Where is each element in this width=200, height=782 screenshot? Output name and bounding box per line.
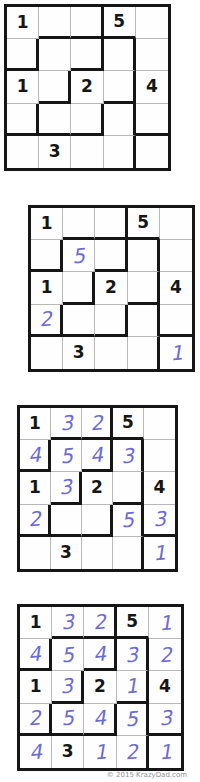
given-digit: 2	[91, 479, 103, 496]
step-1-cell-r1c1[interactable]: 1	[7, 7, 39, 39]
pen-digit: 5	[61, 644, 75, 665]
step-3-cell-r1c2[interactable]: 3	[51, 408, 82, 440]
pen-digit: 5	[72, 245, 86, 266]
step-4-cell-r2c3[interactable]: 4	[84, 639, 116, 671]
pen-digit: 1	[152, 542, 166, 563]
step-2-cell-r3c4[interactable]	[128, 272, 160, 304]
step-3-cell-r1c3[interactable]: 2	[82, 408, 113, 440]
step-2-cell-r1c2[interactable]	[63, 208, 95, 240]
step-2-cell-r1c5[interactable]	[160, 208, 192, 240]
step-2-cell-r4c3[interactable]	[95, 305, 127, 337]
step-1-cell-r1c3[interactable]	[71, 7, 103, 39]
puzzle-grid-step-4: 1325145432132142545343121	[17, 604, 184, 771]
given-digit: 1	[41, 279, 53, 296]
pen-digit: 3	[58, 476, 72, 497]
step-4-cell-r4c1[interactable]: 2	[20, 704, 52, 736]
step-4-cell-r1c3[interactable]: 2	[84, 607, 116, 639]
step-4-cell-r3c2[interactable]: 3	[52, 671, 84, 703]
pen-digit: 3	[61, 611, 75, 632]
step-1-cell-r3c4[interactable]	[104, 71, 136, 103]
step-2-cell-r3c2[interactable]	[63, 272, 95, 304]
step-2-cell-r4c4[interactable]	[128, 305, 160, 337]
given-digit: 4	[170, 279, 182, 296]
pen-digit: 2	[124, 741, 138, 762]
pen-digit: 3	[124, 644, 138, 665]
step-2-cell-r5c1[interactable]	[31, 337, 63, 369]
step-4-cell-r1c4[interactable]: 5	[117, 607, 149, 639]
step-4-cell-r4c4[interactable]: 5	[117, 704, 149, 736]
step-1-cell-r1c4[interactable]: 5	[104, 7, 136, 39]
step-2-cell-r5c5[interactable]: 1	[160, 337, 192, 369]
step-1-cell-r2c5[interactable]	[136, 39, 168, 71]
pen-digit: 1	[158, 612, 172, 633]
given-digit: 4	[154, 479, 166, 496]
step-1-cell-r4c3[interactable]	[71, 104, 103, 136]
pen-digit: 1	[124, 675, 138, 696]
pen-digit: 3	[60, 675, 74, 696]
pen-digit: 3	[158, 708, 172, 729]
given-digit: 5	[126, 613, 138, 630]
step-3-cell-r4c1[interactable]: 2	[20, 505, 51, 537]
step-4-cell-r2c4[interactable]: 3	[117, 639, 149, 671]
pen-digit: 4	[27, 643, 41, 664]
step-2-cell-r2c3[interactable]	[95, 240, 127, 272]
step-4-cell-r3c5[interactable]: 4	[149, 671, 181, 703]
puzzle-grid-step-3: 13254543132425331	[17, 405, 178, 572]
pen-digit: 3	[120, 445, 134, 466]
step-1-cell-r3c3[interactable]: 2	[71, 71, 103, 103]
step-4-cell-r2c2[interactable]: 5	[52, 639, 84, 671]
pen-digit: 3	[152, 509, 166, 530]
step-4-cell-r5c1[interactable]: 4	[20, 736, 52, 768]
step-4-cell-r4c2[interactable]: 5	[52, 704, 84, 736]
given-digit: 1	[29, 479, 41, 496]
given-digit: 1	[17, 78, 29, 95]
step-3-cell-r4c2[interactable]	[51, 505, 82, 537]
given-digit: 3	[73, 344, 85, 361]
pen-digit: 4	[28, 741, 42, 762]
step-4-cell-r4c5[interactable]: 3	[149, 704, 181, 736]
given-digit: 1	[41, 215, 53, 232]
step-1-cell-r1c2[interactable]	[39, 7, 71, 39]
step-2-cell-r3c3[interactable]: 2	[95, 272, 127, 304]
step-3-cell-r1c5[interactable]	[144, 408, 175, 440]
step-1-cell-r5c4[interactable]	[104, 136, 136, 168]
pen-digit: 5	[124, 709, 138, 730]
step-3-cell-r2c3[interactable]: 4	[82, 440, 113, 472]
step-1-cell-r2c1[interactable]	[7, 39, 39, 71]
pen-digit: 2	[158, 644, 172, 665]
step-3-cell-r4c5[interactable]: 3	[144, 505, 175, 537]
step-1-cell-r2c4[interactable]	[104, 39, 136, 71]
step-3-cell-r4c4[interactable]: 5	[113, 505, 144, 537]
pen-digit: 1	[158, 741, 172, 762]
given-digit: 3	[60, 544, 72, 561]
given-digit: 4	[146, 78, 158, 95]
given-digit: 1	[30, 614, 42, 631]
step-1-cell-r4c2[interactable]	[39, 104, 71, 136]
step-3-cell-r2c2[interactable]: 5	[51, 440, 82, 472]
given-digit: 2	[81, 78, 93, 95]
pen-digit: 2	[38, 309, 52, 330]
pen-digit: 1	[169, 342, 183, 363]
given-digit: 1	[17, 14, 29, 31]
step-4-cell-r5c5[interactable]: 1	[149, 736, 181, 768]
step-2-cell-r5c4[interactable]	[128, 337, 160, 369]
given-digit: 2	[94, 678, 106, 695]
step-3-cell-r3c2[interactable]: 3	[51, 472, 82, 504]
step-3-cell-r1c4[interactable]: 5	[113, 408, 144, 440]
copyright-text: © 2015 KrazyDad.com	[0, 771, 187, 779]
step-2-cell-r1c3[interactable]	[95, 208, 127, 240]
step-3-cell-r5c4[interactable]	[113, 537, 144, 569]
step-4-cell-r3c4[interactable]: 1	[117, 671, 149, 703]
step-1-cell-r5c3[interactable]	[71, 136, 103, 168]
pen-digit: 2	[89, 412, 103, 433]
step-1-cell-r2c3[interactable]	[71, 39, 103, 71]
pen-digit: 4	[92, 708, 106, 729]
step-1-cell-r5c5[interactable]	[136, 136, 168, 168]
given-digit: 1	[29, 415, 41, 432]
puzzle-grid-step-1: 151243	[4, 4, 171, 171]
given-digit: 2	[105, 279, 117, 296]
given-digit: 5	[137, 214, 149, 231]
step-4-cell-r4c3[interactable]: 4	[84, 704, 116, 736]
pen-digit: 5	[59, 445, 73, 466]
given-digit: 5	[113, 13, 125, 30]
step-3-cell-r5c2[interactable]: 3	[51, 537, 82, 569]
pen-digit: 3	[59, 412, 73, 433]
step-3-cell-r2c5[interactable]	[144, 440, 175, 472]
step-4-cell-r1c1[interactable]: 1	[20, 607, 52, 639]
step-1-cell-r4c5[interactable]	[136, 104, 168, 136]
pen-digit: 5	[61, 708, 75, 729]
step-1-cell-r3c5[interactable]: 4	[136, 71, 168, 103]
step-4-cell-r5c4[interactable]: 2	[117, 736, 149, 768]
step-2-cell-r2c1[interactable]	[31, 240, 63, 272]
step-2-cell-r5c3[interactable]	[95, 337, 127, 369]
step-2-cell-r3c1[interactable]: 1	[31, 272, 63, 304]
step-2-cell-r4c5[interactable]	[160, 305, 192, 337]
step-3-cell-r1c1[interactable]: 1	[20, 408, 51, 440]
step-4-cell-r3c3[interactable]: 2	[84, 671, 116, 703]
step-2-cell-r3c5[interactable]: 4	[160, 272, 192, 304]
pen-digit: 2	[27, 509, 41, 530]
step-1-cell-r5c2[interactable]: 3	[39, 136, 71, 168]
given-digit: 5	[122, 414, 134, 431]
step-2-cell-r2c2[interactable]: 5	[63, 240, 95, 272]
step-3-cell-r3c3[interactable]: 2	[82, 472, 113, 504]
step-4-cell-r2c5[interactable]: 2	[149, 639, 181, 671]
step-2-cell-r4c1[interactable]: 2	[31, 305, 63, 337]
pen-digit: 4	[89, 444, 103, 465]
step-2-cell-r2c4[interactable]	[128, 240, 160, 272]
step-3-cell-r3c4[interactable]	[113, 472, 144, 504]
step-1-cell-r3c2[interactable]	[39, 71, 71, 103]
step-3-cell-r5c3[interactable]	[82, 537, 113, 569]
step-1-cell-r4c4[interactable]	[104, 104, 136, 136]
pen-digit: 5	[120, 510, 134, 531]
step-2-cell-r5c2[interactable]: 3	[63, 337, 95, 369]
step-1-cell-r3c1[interactable]: 1	[7, 71, 39, 103]
given-digit: 4	[159, 678, 171, 695]
step-1-cell-r4c1[interactable]	[7, 104, 39, 136]
step-1-cell-r2c2[interactable]	[39, 39, 71, 71]
given-digit: 3	[49, 143, 61, 160]
pen-digit: 2	[27, 708, 41, 729]
given-digit: 1	[30, 678, 42, 695]
pen-digit: 2	[92, 611, 106, 632]
step-4-cell-r3c1[interactable]: 1	[20, 671, 52, 703]
step-3-cell-r5c5[interactable]: 1	[144, 537, 175, 569]
step-3-cell-r4c3[interactable]	[82, 505, 113, 537]
step-2-cell-r1c4[interactable]: 5	[128, 208, 160, 240]
step-4-cell-r2c1[interactable]: 4	[20, 639, 52, 671]
step-3-cell-r3c1[interactable]: 1	[20, 472, 51, 504]
step-4-cell-r5c2[interactable]: 3	[52, 736, 84, 768]
step-1-cell-r1c5[interactable]	[136, 7, 168, 39]
step-4-cell-r1c5[interactable]: 1	[149, 607, 181, 639]
step-3-cell-r2c1[interactable]: 4	[20, 440, 51, 472]
step-3-cell-r3c5[interactable]: 4	[144, 472, 175, 504]
pen-digit: 4	[92, 643, 106, 664]
step-4-cell-r1c2[interactable]: 3	[52, 607, 84, 639]
given-digit: 3	[62, 743, 74, 760]
step-2-cell-r2c5[interactable]	[160, 240, 192, 272]
step-3-cell-r2c4[interactable]: 3	[113, 440, 144, 472]
step-4-cell-r5c3[interactable]: 1	[84, 736, 116, 768]
step-3-cell-r5c1[interactable]	[20, 537, 51, 569]
pen-digit: 4	[27, 444, 41, 465]
step-2-cell-r1c1[interactable]: 1	[31, 208, 63, 240]
step-1-cell-r5c1[interactable]	[7, 136, 39, 168]
pen-digit: 1	[93, 741, 107, 762]
step-2-cell-r4c2[interactable]	[63, 305, 95, 337]
puzzle-grid-step-2: 155124231	[28, 205, 195, 372]
